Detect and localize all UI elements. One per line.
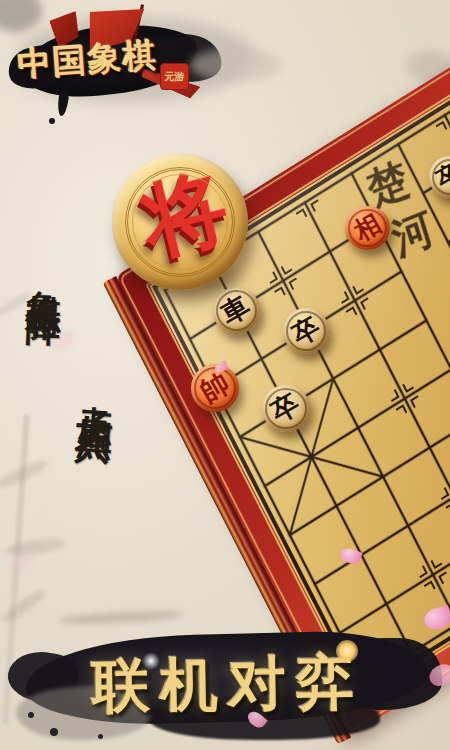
gold-sparkle bbox=[336, 640, 358, 662]
bamboo-leaf bbox=[3, 536, 66, 558]
ink-drop bbox=[49, 118, 55, 124]
decorative-general-piece: 将 bbox=[112, 154, 248, 290]
banner-ink-dot bbox=[28, 712, 34, 718]
online-play-label: 联机对弈 bbox=[91, 644, 364, 727]
online-play-banner[interactable]: 联机对弈 bbox=[0, 600, 450, 750]
banner-gray-streak bbox=[58, 609, 184, 627]
banner-ink-dot bbox=[98, 734, 103, 739]
app-logo: 中国象棋 元游 bbox=[0, 0, 320, 150]
general-glyph: 将 bbox=[134, 164, 236, 266]
ink-drip bbox=[56, 89, 69, 116]
ink-smear bbox=[190, 48, 282, 82]
splash-screen: 中国象棋 元游 bbox=[0, 0, 450, 750]
glint-icon bbox=[142, 652, 160, 670]
tagline-column-1: 象棋似布阵 bbox=[19, 261, 67, 288]
banner-ink-dot bbox=[50, 728, 58, 736]
petal bbox=[43, 327, 74, 351]
publisher-seal: 元游 bbox=[160, 63, 189, 90]
bamboo-leaf bbox=[0, 290, 33, 319]
tagline-column-2: 点子如点兵 bbox=[71, 374, 123, 402]
